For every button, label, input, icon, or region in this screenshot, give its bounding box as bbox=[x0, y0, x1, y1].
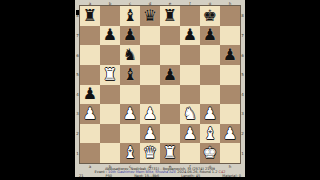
piece-black-pawn[interactable]: ♟ bbox=[83, 86, 97, 102]
square-d1[interactable]: ♛ bbox=[140, 143, 160, 163]
piece-black-king[interactable]: ♚ bbox=[203, 8, 217, 24]
square-b7[interactable]: ♟ bbox=[100, 26, 120, 46]
chess-board: ♜♝♛♜♚♟♟♟♟♞♟♜♝♟♟♟♟♟♞♟♟♟♝♟♝♛♜♚ bbox=[80, 6, 240, 163]
square-b2[interactable] bbox=[100, 124, 120, 144]
square-g4[interactable] bbox=[200, 85, 220, 105]
piece-black-rook[interactable]: ♜ bbox=[83, 8, 97, 24]
square-a7[interactable] bbox=[80, 26, 100, 46]
square-b5[interactable]: ♜ bbox=[100, 65, 120, 85]
piece-white-bishop[interactable]: ♝ bbox=[123, 145, 137, 161]
square-b1[interactable] bbox=[100, 143, 120, 163]
coord-label-2: 2 bbox=[240, 124, 245, 144]
piece-white-pawn[interactable]: ♟ bbox=[123, 106, 137, 122]
square-h6[interactable]: ♟ bbox=[220, 45, 240, 65]
piece-white-king[interactable]: ♚ bbox=[203, 145, 217, 161]
piece-white-pawn[interactable]: ♟ bbox=[83, 106, 97, 122]
piece-black-rook[interactable]: ♜ bbox=[163, 8, 177, 24]
coord-label-4: 4 bbox=[240, 85, 245, 105]
square-h5[interactable] bbox=[220, 65, 240, 85]
piece-black-bishop[interactable]: ♝ bbox=[123, 8, 137, 24]
square-c8[interactable]: ♝ bbox=[120, 6, 140, 26]
square-f7[interactable]: ♟ bbox=[180, 26, 200, 46]
square-e1[interactable]: ♜ bbox=[160, 143, 180, 163]
square-a1[interactable] bbox=[80, 143, 100, 163]
piece-white-pawn[interactable]: ♟ bbox=[183, 126, 197, 142]
piece-black-pawn[interactable]: ♟ bbox=[163, 67, 177, 83]
piece-white-bishop[interactable]: ♝ bbox=[203, 126, 217, 142]
square-c5[interactable]: ♝ bbox=[120, 65, 140, 85]
square-h8[interactable] bbox=[220, 6, 240, 26]
video-frame: abcdefgh 87654321 ♜♝♛♜♚♟♟♟♟♞♟♜♝♟♟♟♟♟♞♟♟♟… bbox=[0, 0, 320, 180]
square-c2[interactable] bbox=[120, 124, 140, 144]
square-e5[interactable]: ♟ bbox=[160, 65, 180, 85]
square-h2[interactable]: ♟ bbox=[220, 124, 240, 144]
coord-label-5: 5 bbox=[240, 65, 245, 85]
square-f1[interactable] bbox=[180, 143, 200, 163]
piece-white-pawn[interactable]: ♟ bbox=[143, 126, 157, 142]
square-e7[interactable] bbox=[160, 26, 180, 46]
piece-black-bishop[interactable]: ♝ bbox=[123, 67, 137, 83]
square-h1[interactable] bbox=[220, 143, 240, 163]
bottom-bar bbox=[75, 177, 245, 180]
square-b3[interactable] bbox=[100, 104, 120, 124]
square-e3[interactable] bbox=[160, 104, 180, 124]
coord-label-h: h bbox=[220, 1, 240, 6]
piece-white-pawn[interactable]: ♟ bbox=[143, 106, 157, 122]
coord-label-6: 6 bbox=[240, 45, 245, 65]
coord-label-c: c bbox=[120, 1, 140, 6]
square-h4[interactable] bbox=[220, 85, 240, 105]
coord-label-d: d bbox=[140, 1, 160, 6]
piece-black-knight[interactable]: ♞ bbox=[123, 47, 137, 63]
black-to-move-indicator bbox=[76, 10, 80, 15]
square-a3[interactable]: ♟ bbox=[80, 104, 100, 124]
square-d8[interactable]: ♛ bbox=[140, 6, 160, 26]
piece-black-queen[interactable]: ♛ bbox=[143, 8, 157, 24]
square-g3[interactable]: ♟ bbox=[200, 104, 220, 124]
coord-label-e: e bbox=[160, 1, 180, 6]
coord-label-a: a bbox=[80, 1, 100, 6]
piece-white-rook[interactable]: ♜ bbox=[163, 145, 177, 161]
square-a8[interactable]: ♜ bbox=[80, 6, 100, 26]
square-b4[interactable] bbox=[100, 85, 120, 105]
square-e2[interactable] bbox=[160, 124, 180, 144]
square-f8[interactable] bbox=[180, 6, 200, 26]
square-g8[interactable]: ♚ bbox=[200, 6, 220, 26]
coord-label-3: 3 bbox=[240, 104, 245, 124]
square-g1[interactable]: ♚ bbox=[200, 143, 220, 163]
square-h7[interactable] bbox=[220, 26, 240, 46]
square-f4[interactable] bbox=[180, 85, 200, 105]
square-g2[interactable]: ♝ bbox=[200, 124, 220, 144]
square-d7[interactable] bbox=[140, 26, 160, 46]
piece-black-pawn[interactable]: ♟ bbox=[223, 47, 237, 63]
square-g7[interactable]: ♟ bbox=[200, 26, 220, 46]
square-f5[interactable] bbox=[180, 65, 200, 85]
square-e4[interactable] bbox=[160, 85, 180, 105]
coord-label-f: f bbox=[180, 1, 200, 6]
square-g6[interactable] bbox=[200, 45, 220, 65]
square-g5[interactable] bbox=[200, 65, 220, 85]
file-labels-top: abcdefgh bbox=[80, 1, 240, 6]
square-d5[interactable] bbox=[140, 65, 160, 85]
square-d3[interactable]: ♟ bbox=[140, 104, 160, 124]
diagram-panel: abcdefgh 87654321 ♜♝♛♜♚♟♟♟♟♞♟♜♝♟♟♟♟♟♞♟♟♟… bbox=[75, 0, 245, 180]
event-line: Event : 10th Gashimov Mem Blitz, Shusha … bbox=[76, 171, 244, 174]
square-d4[interactable] bbox=[140, 85, 160, 105]
piece-white-queen[interactable]: ♛ bbox=[143, 145, 157, 161]
square-c1[interactable]: ♝ bbox=[120, 143, 140, 163]
piece-white-pawn[interactable]: ♟ bbox=[223, 126, 237, 142]
square-a6[interactable] bbox=[80, 45, 100, 65]
coord-label-1: 1 bbox=[240, 143, 245, 163]
piece-black-pawn[interactable]: ♟ bbox=[203, 27, 217, 43]
square-a2[interactable] bbox=[80, 124, 100, 144]
rank-labels-right: 87654321 bbox=[240, 6, 245, 163]
square-f6[interactable] bbox=[180, 45, 200, 65]
piece-black-pawn[interactable]: ♟ bbox=[123, 27, 137, 43]
coord-label-b: b bbox=[100, 1, 120, 6]
square-a5[interactable] bbox=[80, 65, 100, 85]
square-e8[interactable]: ♜ bbox=[160, 6, 180, 26]
piece-black-pawn[interactable]: ♟ bbox=[103, 27, 117, 43]
square-a4[interactable]: ♟ bbox=[80, 85, 100, 105]
coord-label-g: g bbox=[200, 1, 220, 6]
piece-white-pawn[interactable]: ♟ bbox=[203, 106, 217, 122]
square-c4[interactable] bbox=[120, 85, 140, 105]
square-c6[interactable]: ♞ bbox=[120, 45, 140, 65]
square-d2[interactable]: ♟ bbox=[140, 124, 160, 144]
square-f3[interactable]: ♞ bbox=[180, 104, 200, 124]
piece-white-knight[interactable]: ♞ bbox=[183, 106, 197, 122]
coord-label-7: 7 bbox=[240, 26, 245, 46]
square-b8[interactable] bbox=[100, 6, 120, 26]
square-b6[interactable] bbox=[100, 45, 120, 65]
square-d6[interactable] bbox=[140, 45, 160, 65]
coord-label-8: 8 bbox=[240, 6, 245, 26]
square-c7[interactable]: ♟ bbox=[120, 26, 140, 46]
piece-black-pawn[interactable]: ♟ bbox=[183, 27, 197, 43]
piece-white-rook[interactable]: ♜ bbox=[103, 67, 117, 83]
square-f2[interactable]: ♟ bbox=[180, 124, 200, 144]
square-c3[interactable]: ♟ bbox=[120, 104, 140, 124]
square-h3[interactable] bbox=[220, 104, 240, 124]
square-e6[interactable] bbox=[160, 45, 180, 65]
